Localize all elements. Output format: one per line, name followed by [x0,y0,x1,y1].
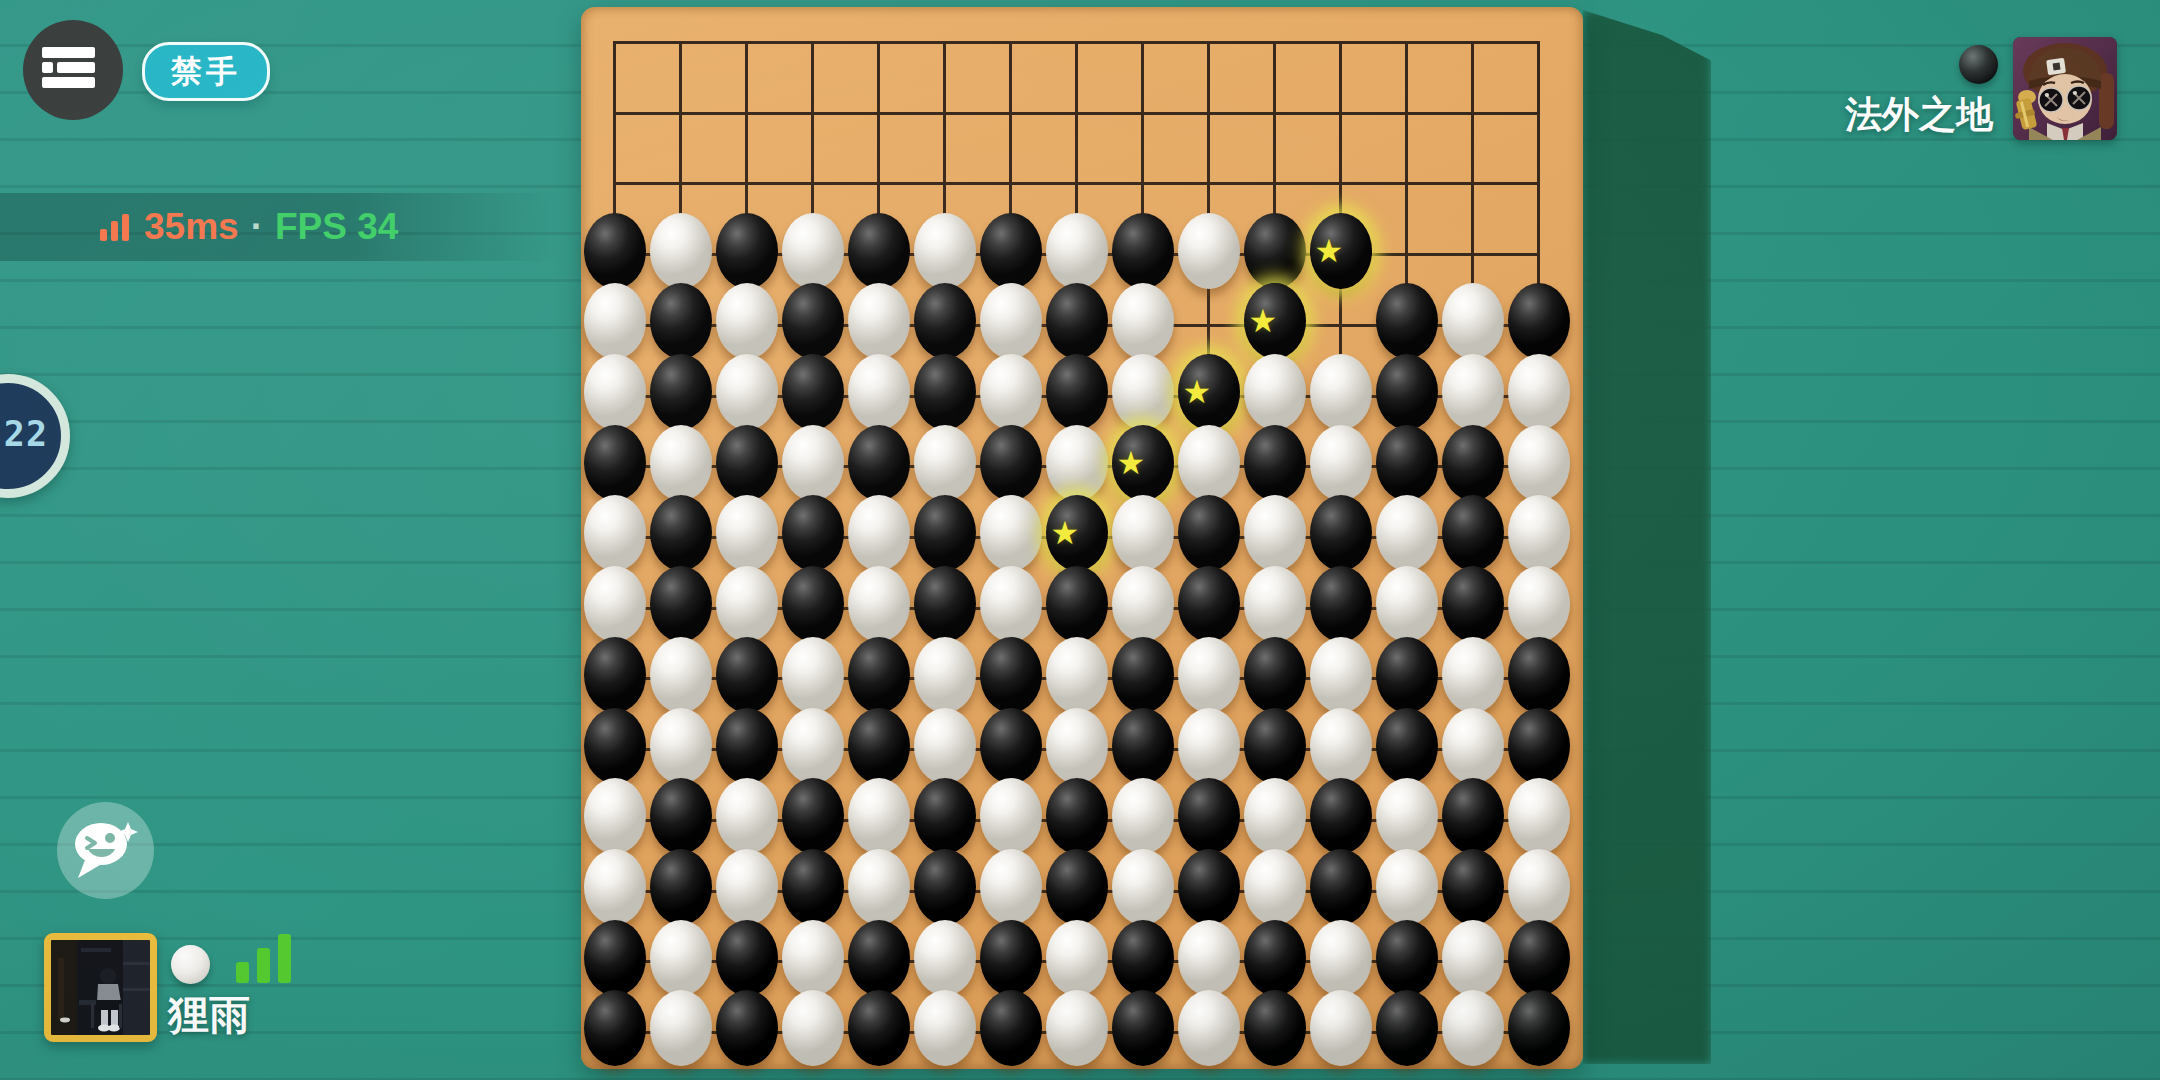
stone-black [848,213,910,289]
stone-black [1112,990,1174,1066]
stone-black [914,283,976,359]
stone-black: ★ [1112,425,1174,501]
stones-layer: ★★★★★ [613,41,1540,1034]
stone-black [1112,637,1174,713]
stone-white [848,778,910,854]
stone-black [584,920,646,996]
stone-white [1178,708,1240,784]
stone-black [1244,708,1306,784]
stone-white [716,283,778,359]
opponent-avatar [2013,37,2117,140]
stone-black [1112,920,1174,996]
stone-white [716,495,778,571]
stone-white [1442,283,1504,359]
self-avatar-art [51,940,150,1035]
stone-black [584,213,646,289]
stone-white [1244,354,1306,430]
stone-black [1178,495,1240,571]
stone-black [848,425,910,501]
stone-white [914,637,976,713]
stone-black [1244,990,1306,1066]
stone-white [1442,354,1504,430]
opponent-avatar-art [2013,37,2117,140]
self-avatar [44,933,157,1042]
stone-black [1442,495,1504,571]
stone-black [980,990,1042,1066]
stone-black [1310,495,1372,571]
stone-black: ★ [1046,495,1108,571]
stone-white [1310,425,1372,501]
chat-emote-button[interactable] [57,802,154,899]
stone-black [914,566,976,642]
stone-white [1112,495,1174,571]
stone-black [650,849,712,925]
stone-black: ★ [1244,283,1306,359]
stone-black [1376,708,1438,784]
stone-black [1376,637,1438,713]
stone-black [584,637,646,713]
stone-black [1046,849,1108,925]
stone-white [782,990,844,1066]
fps-value: FPS 34 [275,206,398,248]
stone-white [650,213,712,289]
stone-white [1376,495,1438,571]
stone-white [1310,708,1372,784]
stone-black [650,566,712,642]
stone-white [914,708,976,784]
gomoku-board[interactable]: ★★★★★ [581,7,1583,1069]
stone-white [980,495,1042,571]
stone-black [584,708,646,784]
stone-white [1178,920,1240,996]
stone-white [1376,849,1438,925]
stone-white [1442,920,1504,996]
stone-white [848,849,910,925]
stone-black [1508,283,1570,359]
stone-black [914,778,976,854]
rule-badge-label: 禁手 [171,51,241,93]
stone-black [1244,920,1306,996]
stone-white [584,283,646,359]
stone-black [1112,213,1174,289]
stone-white [584,354,646,430]
stone-black [914,849,976,925]
stone-black [848,990,910,1066]
stone-white [1310,637,1372,713]
stone-black [650,778,712,854]
stone-white [1508,566,1570,642]
perf-separator: · [251,206,263,248]
stone-black [980,213,1042,289]
stone-black [1442,425,1504,501]
stone-black [914,495,976,571]
stone-white [1112,849,1174,925]
stone-white [980,778,1042,854]
stone-white [1244,495,1306,571]
stone-black [1046,566,1108,642]
stone-black [1178,778,1240,854]
stone-black [650,283,712,359]
stone-white [782,425,844,501]
stone-white [1508,354,1570,430]
stone-black [1178,566,1240,642]
ping-signal-icon [100,213,132,241]
hamburger-menu-icon [42,47,95,88]
move-timer-value: 22 [4,414,48,454]
stone-white [1046,425,1108,501]
stone-black [1508,990,1570,1066]
stone-white [1442,708,1504,784]
stone-white [782,637,844,713]
stone-white [980,566,1042,642]
stone-black [1442,849,1504,925]
stone-black [980,425,1042,501]
stone-black [584,990,646,1066]
stone-black [1244,637,1306,713]
stone-white [848,566,910,642]
stone-black [914,354,976,430]
stone-white [848,283,910,359]
stone-white [1244,849,1306,925]
stone-white [1178,213,1240,289]
stone-black [848,708,910,784]
winning-star-icon: ★ [1249,305,1278,337]
stone-black [716,425,778,501]
stone-white [848,354,910,430]
stone-white [980,354,1042,430]
stone-black [782,495,844,571]
stone-black [1112,708,1174,784]
stone-black [1508,708,1570,784]
stone-white [650,637,712,713]
stone-black [1442,566,1504,642]
stone-black [716,213,778,289]
stone-white [650,425,712,501]
stone-white [1178,425,1240,501]
stone-black [1376,283,1438,359]
chat-emoji-icon [73,820,139,882]
stone-black [1376,354,1438,430]
stone-black: ★ [1178,354,1240,430]
stone-white [1244,566,1306,642]
stone-white [1112,566,1174,642]
winning-star-icon: ★ [1051,517,1080,549]
stone-black [650,495,712,571]
stone-white [1046,213,1108,289]
stone-black: ★ [1310,213,1372,289]
move-timer: 22 [0,374,70,498]
stone-black [782,566,844,642]
stone-black [980,920,1042,996]
stone-white [716,354,778,430]
stone-white [584,849,646,925]
stone-white [1310,990,1372,1066]
self-player-name: 狸雨 [168,988,250,1043]
stone-white [1508,778,1570,854]
stone-white [980,283,1042,359]
stone-black [716,990,778,1066]
stone-white [1508,495,1570,571]
stone-white [1178,637,1240,713]
stone-black [1244,213,1306,289]
stone-black [1244,425,1306,501]
stone-white [1112,354,1174,430]
stone-black [848,920,910,996]
stone-black [1508,637,1570,713]
stone-white [650,920,712,996]
forbidden-move-rule-badge[interactable]: 禁手 [142,42,270,101]
winning-star-icon: ★ [1117,447,1146,479]
stone-black [1508,920,1570,996]
stone-white [914,990,976,1066]
stone-white [1046,990,1108,1066]
stone-white [1310,354,1372,430]
stone-black [716,920,778,996]
stone-white [914,213,976,289]
stone-black [1310,778,1372,854]
self-stone-indicator [171,945,210,984]
stone-white [716,778,778,854]
stone-black [980,708,1042,784]
stone-white [1046,920,1108,996]
stone-white [782,708,844,784]
stone-white [1508,425,1570,501]
stone-white [584,566,646,642]
stone-black [1376,425,1438,501]
stone-black [1046,354,1108,430]
stone-black [782,849,844,925]
stone-black [716,708,778,784]
stone-white [584,495,646,571]
stone-white [980,849,1042,925]
stone-black [782,354,844,430]
stone-white [1046,708,1108,784]
stone-white [1376,778,1438,854]
board-drop-shadow [1583,10,1711,1064]
stone-black [1178,849,1240,925]
stone-black [716,637,778,713]
ping-value: 35ms [144,206,239,248]
performance-bar: 35ms · FPS 34 [0,193,560,261]
stone-black [848,637,910,713]
stone-black [1376,920,1438,996]
stone-black [1442,778,1504,854]
stone-white [650,708,712,784]
winning-star-icon: ★ [1315,235,1344,267]
stone-white [914,425,976,501]
stone-white [782,920,844,996]
stone-black [1046,283,1108,359]
stone-white [716,849,778,925]
menu-button[interactable] [23,20,123,120]
stone-white [716,566,778,642]
stone-black [1310,849,1372,925]
stone-black [782,778,844,854]
stone-white [1508,849,1570,925]
stone-black [980,637,1042,713]
stone-black [782,283,844,359]
stone-white [584,778,646,854]
stone-white [1046,637,1108,713]
stone-white [1310,920,1372,996]
connection-signal-icon [236,933,292,983]
winning-star-icon: ★ [1183,376,1212,408]
stone-white [782,213,844,289]
stone-white [650,990,712,1066]
stone-black [1046,778,1108,854]
stone-white [1112,778,1174,854]
stone-white [1442,990,1504,1066]
stone-black [1376,990,1438,1066]
stone-black [584,425,646,501]
opponent-player-name: 法外之地 [1824,90,2014,140]
stone-white [1112,283,1174,359]
stone-white [1178,990,1240,1066]
stone-black [650,354,712,430]
stone-white [914,920,976,996]
stone-white [1442,637,1504,713]
stone-white [1244,778,1306,854]
stone-black [1310,566,1372,642]
stone-white [848,495,910,571]
opponent-stone-indicator [1959,45,1998,84]
stone-white [1376,566,1438,642]
